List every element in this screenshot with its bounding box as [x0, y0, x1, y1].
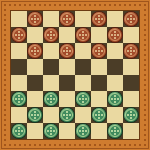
square-r0c6 [107, 11, 123, 27]
square-r3c1 [27, 59, 43, 75]
green-piece[interactable]: ● [124, 108, 138, 122]
square-r1c6[interactable]: ● [107, 27, 123, 43]
red-piece[interactable]: ● [12, 28, 26, 42]
square-r3c4[interactable] [75, 59, 91, 75]
frame-ornament-top [4, 4, 146, 6]
frame-ornament-bottom [4, 144, 146, 146]
green-piece[interactable]: ● [108, 124, 122, 138]
square-r7c4[interactable]: ● [75, 123, 91, 139]
square-r4c5[interactable] [91, 75, 107, 91]
green-piece[interactable]: ● [44, 92, 58, 106]
red-piece[interactable]: ● [28, 44, 42, 58]
square-r5c4[interactable]: ● [75, 91, 91, 107]
red-piece[interactable]: ● [108, 28, 122, 42]
red-piece[interactable]: ● [44, 28, 58, 42]
green-piece[interactable]: ● [28, 108, 42, 122]
square-r2c4 [75, 43, 91, 59]
square-r0c0 [11, 11, 27, 27]
green-piece[interactable]: ● [12, 92, 26, 106]
square-r7c1 [27, 123, 43, 139]
square-r2c1[interactable]: ● [27, 43, 43, 59]
square-r3c5 [91, 59, 107, 75]
square-r1c3 [59, 27, 75, 43]
square-r7c5 [91, 123, 107, 139]
square-r1c5 [91, 27, 107, 43]
square-r4c2 [43, 75, 59, 91]
checkers-app: ●●●●●●●●●●●●●●●●●●●●●●●● [0, 0, 150, 150]
square-r2c3[interactable]: ● [59, 43, 75, 59]
square-r5c6[interactable]: ● [107, 91, 123, 107]
square-r6c6 [107, 107, 123, 123]
square-r2c2 [43, 43, 59, 59]
frame-ornament-right [144, 4, 146, 146]
square-r2c7[interactable]: ● [123, 43, 139, 59]
square-r0c2 [43, 11, 59, 27]
square-r6c4 [75, 107, 91, 123]
square-r1c0[interactable]: ● [11, 27, 27, 43]
red-piece[interactable]: ● [124, 12, 138, 26]
green-piece[interactable]: ● [44, 124, 58, 138]
square-r5c7 [123, 91, 139, 107]
square-r7c3 [59, 123, 75, 139]
square-r2c6 [107, 43, 123, 59]
checkers-board: ●●●●●●●●●●●●●●●●●●●●●●●● [11, 11, 139, 139]
square-r5c5 [91, 91, 107, 107]
green-piece[interactable]: ● [60, 108, 74, 122]
square-r6c0 [11, 107, 27, 123]
square-r4c6 [107, 75, 123, 91]
green-piece[interactable]: ● [76, 124, 90, 138]
red-piece[interactable]: ● [76, 28, 90, 42]
square-r6c5[interactable]: ● [91, 107, 107, 123]
square-r5c1 [27, 91, 43, 107]
square-r3c2[interactable] [43, 59, 59, 75]
square-r1c7 [123, 27, 139, 43]
square-r7c0[interactable]: ● [11, 123, 27, 139]
square-r4c3[interactable] [59, 75, 75, 91]
square-r4c4 [75, 75, 91, 91]
square-r4c7[interactable] [123, 75, 139, 91]
red-piece[interactable]: ● [92, 44, 106, 58]
square-r4c1[interactable] [27, 75, 43, 91]
square-r5c2[interactable]: ● [43, 91, 59, 107]
square-r5c3 [59, 91, 75, 107]
green-piece[interactable]: ● [76, 92, 90, 106]
square-r0c7[interactable]: ● [123, 11, 139, 27]
square-r0c3[interactable]: ● [59, 11, 75, 27]
square-r6c3[interactable]: ● [59, 107, 75, 123]
red-piece[interactable]: ● [60, 12, 74, 26]
square-r3c0[interactable] [11, 59, 27, 75]
square-r2c5[interactable]: ● [91, 43, 107, 59]
square-r3c3 [59, 59, 75, 75]
green-piece[interactable]: ● [12, 124, 26, 138]
green-piece[interactable]: ● [92, 108, 106, 122]
red-piece[interactable]: ● [28, 12, 42, 26]
square-r0c5[interactable]: ● [91, 11, 107, 27]
red-piece[interactable]: ● [92, 12, 106, 26]
square-r1c4[interactable]: ● [75, 27, 91, 43]
red-piece[interactable]: ● [60, 44, 74, 58]
square-r6c2 [43, 107, 59, 123]
square-r0c4 [75, 11, 91, 27]
red-piece[interactable]: ● [124, 44, 138, 58]
square-r1c1 [27, 27, 43, 43]
square-r1c2[interactable]: ● [43, 27, 59, 43]
square-r7c7 [123, 123, 139, 139]
square-r7c6[interactable]: ● [107, 123, 123, 139]
square-r3c6[interactable] [107, 59, 123, 75]
square-r4c0 [11, 75, 27, 91]
square-r3c7 [123, 59, 139, 75]
square-r6c7[interactable]: ● [123, 107, 139, 123]
square-r6c1[interactable]: ● [27, 107, 43, 123]
square-r0c1[interactable]: ● [27, 11, 43, 27]
green-piece[interactable]: ● [108, 92, 122, 106]
square-r2c0 [11, 43, 27, 59]
square-r7c2[interactable]: ● [43, 123, 59, 139]
frame-ornament-left [4, 4, 6, 146]
square-r5c0[interactable]: ● [11, 91, 27, 107]
